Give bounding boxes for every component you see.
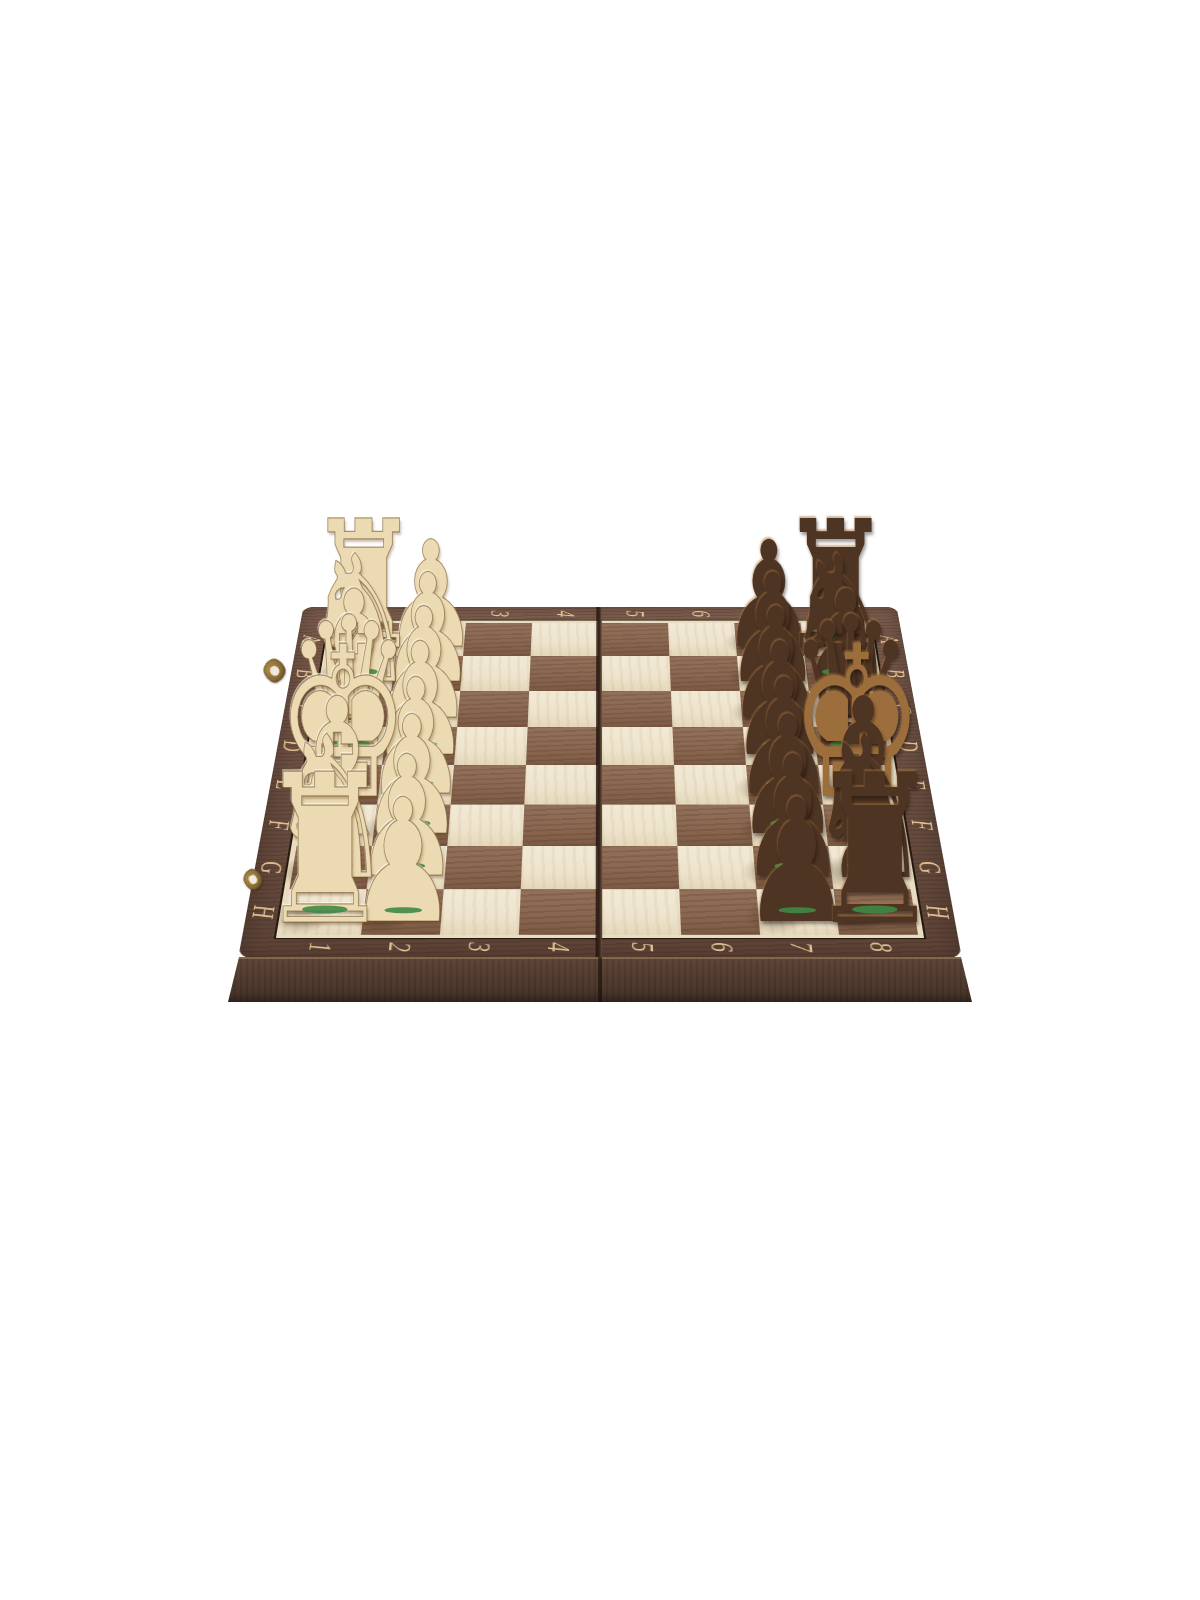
rank-label-near-6: 6 xyxy=(703,942,740,951)
rank-label-far-6: 6 xyxy=(685,611,716,618)
square-f4[interactable] xyxy=(523,805,598,846)
rank-label-far-3: 3 xyxy=(484,611,515,618)
square-c5[interactable] xyxy=(602,691,672,727)
piece-white-rook-h1[interactable]: ♜ xyxy=(258,747,392,954)
product-photo-scene: AABBCCDDEEFFGGHH1122334455667788 ♜♞♝♛♚♝♞… xyxy=(0,0,1200,1600)
square-b5[interactable] xyxy=(602,656,671,691)
square-b4[interactable] xyxy=(529,656,598,691)
square-a4[interactable] xyxy=(531,623,599,656)
rank-label-near-4: 4 xyxy=(540,942,577,951)
rank-label-near-3: 3 xyxy=(460,942,497,951)
square-g4[interactable] xyxy=(521,846,598,889)
square-g5[interactable] xyxy=(602,846,679,889)
square-c4[interactable] xyxy=(528,691,598,727)
square-d4[interactable] xyxy=(526,727,598,765)
square-e5[interactable] xyxy=(602,765,676,805)
square-f5[interactable] xyxy=(602,805,677,846)
square-a5[interactable] xyxy=(602,623,670,656)
piece-black-rook-h8[interactable]: ♜ xyxy=(808,747,942,954)
rank-label-near-5: 5 xyxy=(624,942,661,951)
rank-label-far-5: 5 xyxy=(620,611,650,618)
board-fold-seam-edge xyxy=(598,957,602,1002)
square-e4[interactable] xyxy=(524,765,598,805)
rank-label-far-4: 4 xyxy=(550,611,580,618)
square-h4[interactable] xyxy=(519,889,598,934)
square-h5[interactable] xyxy=(602,889,681,934)
square-d5[interactable] xyxy=(602,727,674,765)
board-fold-seam xyxy=(596,607,603,959)
